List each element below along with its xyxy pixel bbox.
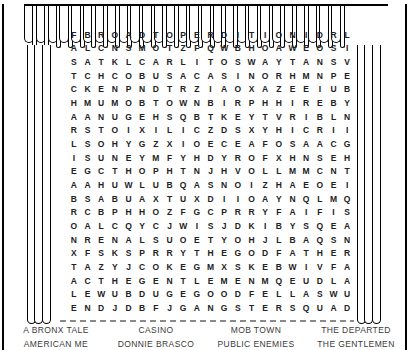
grid-cell-r10c1[interactable]: I: [67, 151, 81, 165]
grid-cell-r16c6[interactable]: L: [135, 233, 149, 247]
grid-cell-r7c21[interactable]: N: [340, 110, 354, 124]
grid-cell-r5c11[interactable]: I: [204, 83, 218, 97]
grid-cell-r11c1[interactable]: E: [67, 165, 81, 179]
grid-cell-r14c4[interactable]: P: [108, 206, 122, 220]
grid-cell-r2c6[interactable]: M: [135, 42, 149, 56]
grid-cell-r9c6[interactable]: G: [135, 137, 149, 151]
grid-cell-r18c19[interactable]: V: [313, 260, 327, 274]
grid-cell-r3c2[interactable]: A: [81, 55, 95, 69]
grid-cell-r18c1[interactable]: T: [67, 260, 81, 274]
grid-cell-r4c15[interactable]: O: [258, 69, 272, 83]
grid-cell-r14c6[interactable]: H: [135, 206, 149, 220]
grid-cell-r19c11[interactable]: E: [204, 274, 218, 288]
grid-cell-r9c15[interactable]: F: [258, 137, 272, 151]
grid-cell-r17c6[interactable]: P: [135, 247, 149, 261]
grid-cell-r18c10[interactable]: G: [190, 260, 204, 274]
grid-cell-r19c14[interactable]: N: [245, 274, 259, 288]
grid-cell-r5c19[interactable]: I: [313, 83, 327, 97]
grid-cell-r1c3[interactable]: R: [94, 28, 108, 42]
grid-cell-r21c1[interactable]: E: [67, 301, 81, 315]
grid-cell-r2c21[interactable]: I: [340, 42, 354, 56]
grid-cell-r4c10[interactable]: C: [190, 69, 204, 83]
grid-cell-r17c14[interactable]: O: [245, 247, 259, 261]
grid-cell-r11c17[interactable]: M: [286, 165, 300, 179]
grid-cell-r13c16[interactable]: Y: [272, 192, 286, 206]
grid-cell-r1c2[interactable]: B: [81, 28, 95, 42]
grid-cell-r12c19[interactable]: O: [313, 178, 327, 192]
grid-cell-r17c9[interactable]: Y: [176, 247, 190, 261]
grid-cell-r5c1[interactable]: C: [67, 83, 81, 97]
grid-cell-r21c4[interactable]: J: [108, 301, 122, 315]
grid-cell-r18c21[interactable]: A: [340, 260, 354, 274]
grid-cell-r1c7[interactable]: T: [149, 28, 163, 42]
grid-cell-r14c21[interactable]: S: [340, 206, 354, 220]
grid-cell-r6c14[interactable]: P: [245, 96, 259, 110]
grid-cell-r10c13[interactable]: R: [231, 151, 245, 165]
grid-cell-r18c17[interactable]: W: [286, 260, 300, 274]
grid-cell-r5c8[interactable]: T: [163, 83, 177, 97]
grid-cell-r4c18[interactable]: M: [299, 69, 313, 83]
grid-cell-r18c18[interactable]: I: [299, 260, 313, 274]
grid-cell-r11c18[interactable]: M: [299, 165, 313, 179]
grid-cell-r21c13[interactable]: S: [231, 301, 245, 315]
grid-cell-r4c17[interactable]: H: [286, 69, 300, 83]
grid-cell-r11c12[interactable]: H: [217, 165, 231, 179]
grid-cell-r1c17[interactable]: N: [286, 28, 300, 42]
grid-cell-r18c20[interactable]: F: [327, 260, 341, 274]
grid-cell-r9c9[interactable]: I: [176, 137, 190, 151]
grid-cell-r16c3[interactable]: E: [94, 233, 108, 247]
grid-cell-r12c15[interactable]: Z: [258, 178, 272, 192]
grid-cell-r5c21[interactable]: B: [340, 83, 354, 97]
grid-cell-r8c6[interactable]: X: [135, 124, 149, 138]
grid-cell-r6c16[interactable]: H: [272, 96, 286, 110]
grid-cell-r10c5[interactable]: E: [122, 151, 136, 165]
grid-cell-r13c14[interactable]: O: [245, 192, 259, 206]
grid-cell-r19c19[interactable]: D: [313, 274, 327, 288]
grid-cell-r12c20[interactable]: E: [327, 178, 341, 192]
grid-cell-r1c8[interactable]: O: [163, 28, 177, 42]
grid-cell-r4c7[interactable]: U: [149, 69, 163, 83]
grid-cell-r16c13[interactable]: O: [231, 233, 245, 247]
grid-cell-r18c14[interactable]: K: [245, 260, 259, 274]
grid-cell-r5c10[interactable]: Z: [190, 83, 204, 97]
grid-cell-r21c8[interactable]: J: [163, 301, 177, 315]
grid-cell-r15c6[interactable]: Y: [135, 219, 149, 233]
grid-cell-r17c8[interactable]: R: [163, 247, 177, 261]
grid-cell-r2c18[interactable]: E: [299, 42, 313, 56]
grid-cell-r14c11[interactable]: C: [204, 206, 218, 220]
grid-cell-r19c18[interactable]: U: [299, 274, 313, 288]
grid-cell-r4c2[interactable]: C: [81, 69, 95, 83]
grid-cell-r14c10[interactable]: G: [190, 206, 204, 220]
grid-cell-r10c16[interactable]: X: [272, 151, 286, 165]
grid-cell-r11c2[interactable]: G: [81, 165, 95, 179]
grid-cell-r15c1[interactable]: O: [67, 219, 81, 233]
grid-cell-r20c1[interactable]: L: [67, 288, 81, 302]
grid-cell-r3c8[interactable]: R: [163, 55, 177, 69]
grid-cell-r19c1[interactable]: A: [67, 274, 81, 288]
grid-cell-r11c13[interactable]: V: [231, 165, 245, 179]
grid-cell-r4c6[interactable]: B: [135, 69, 149, 83]
grid-cell-r20c20[interactable]: W: [327, 288, 341, 302]
grid-cell-r7c5[interactable]: G: [122, 110, 136, 124]
grid-cell-r5c3[interactable]: E: [94, 83, 108, 97]
grid-cell-r10c12[interactable]: Y: [217, 151, 231, 165]
grid-cell-r7c8[interactable]: S: [163, 110, 177, 124]
grid-cell-r11c11[interactable]: J: [204, 165, 218, 179]
grid-cell-r19c9[interactable]: T: [176, 274, 190, 288]
grid-cell-r16c21[interactable]: N: [340, 233, 354, 247]
grid-cell-r3c21[interactable]: V: [340, 55, 354, 69]
grid-cell-r21c7[interactable]: F: [149, 301, 163, 315]
grid-cell-r16c1[interactable]: N: [67, 233, 81, 247]
grid-cell-r17c4[interactable]: K: [108, 247, 122, 261]
grid-cell-r19c16[interactable]: Q: [272, 274, 286, 288]
grid-cell-r13c9[interactable]: U: [176, 192, 190, 206]
grid-cell-r16c12[interactable]: Y: [217, 233, 231, 247]
grid-cell-r8c7[interactable]: I: [149, 124, 163, 138]
grid-cell-r7c4[interactable]: U: [108, 110, 122, 124]
grid-cell-r10c17[interactable]: H: [286, 151, 300, 165]
grid-cell-r7c10[interactable]: B: [190, 110, 204, 124]
grid-cell-r1c1[interactable]: F: [67, 28, 81, 42]
grid-cell-r13c1[interactable]: B: [67, 192, 81, 206]
grid-cell-r2c17[interactable]: W: [286, 42, 300, 56]
grid-cell-r17c5[interactable]: S: [122, 247, 136, 261]
grid-cell-r21c11[interactable]: N: [204, 301, 218, 315]
grid-cell-r11c21[interactable]: T: [340, 165, 354, 179]
grid-cell-r2c5[interactable]: S: [122, 42, 136, 56]
grid-cell-r21c3[interactable]: D: [94, 301, 108, 315]
grid-cell-r12c13[interactable]: O: [231, 178, 245, 192]
grid-cell-r17c10[interactable]: T: [190, 247, 204, 261]
grid-cell-r13c18[interactable]: Q: [299, 192, 313, 206]
grid-cell-r12c2[interactable]: A: [81, 178, 95, 192]
grid-cell-r20c5[interactable]: B: [122, 288, 136, 302]
grid-cell-r11c9[interactable]: T: [176, 165, 190, 179]
grid-cell-r14c3[interactable]: B: [94, 206, 108, 220]
grid-cell-r5c4[interactable]: N: [108, 83, 122, 97]
grid-cell-r17c21[interactable]: R: [340, 247, 354, 261]
grid-cell-r9c19[interactable]: A: [313, 137, 327, 151]
grid-cell-r10c2[interactable]: S: [81, 151, 95, 165]
grid-cell-r1c13[interactable]: I: [231, 28, 245, 42]
grid-cell-r9c3[interactable]: O: [94, 137, 108, 151]
grid-cell-r8c1[interactable]: R: [67, 124, 81, 138]
grid-cell-r7c16[interactable]: V: [272, 110, 286, 124]
grid-cell-r3c1[interactable]: S: [67, 55, 81, 69]
grid-cell-r7c3[interactable]: N: [94, 110, 108, 124]
grid-cell-r15c11[interactable]: S: [204, 219, 218, 233]
grid-cell-r19c2[interactable]: C: [81, 274, 95, 288]
grid-cell-r12c11[interactable]: S: [204, 178, 218, 192]
grid-cell-r3c4[interactable]: K: [108, 55, 122, 69]
grid-cell-r8c16[interactable]: H: [272, 124, 286, 138]
grid-cell-r4c19[interactable]: N: [313, 69, 327, 83]
grid-cell-r17c17[interactable]: A: [286, 247, 300, 261]
grid-cell-r21c12[interactable]: G: [217, 301, 231, 315]
grid-cell-r1c11[interactable]: R: [204, 28, 218, 42]
grid-cell-r21c20[interactable]: A: [327, 301, 341, 315]
grid-cell-r2c4[interactable]: N: [108, 42, 122, 56]
grid-cell-r21c15[interactable]: E: [258, 301, 272, 315]
grid-cell-r5c14[interactable]: X: [245, 83, 259, 97]
grid-cell-r5c5[interactable]: P: [122, 83, 136, 97]
grid-cell-r11c20[interactable]: N: [327, 165, 341, 179]
grid-cell-r16c2[interactable]: R: [81, 233, 95, 247]
grid-cell-r3c9[interactable]: L: [176, 55, 190, 69]
grid-cell-r5c20[interactable]: U: [327, 83, 341, 97]
grid-cell-r2c20[interactable]: S: [327, 42, 341, 56]
grid-cell-r21c10[interactable]: A: [190, 301, 204, 315]
grid-cell-r20c11[interactable]: O: [204, 288, 218, 302]
grid-cell-r20c17[interactable]: L: [286, 288, 300, 302]
grid-cell-r2c12[interactable]: W: [217, 42, 231, 56]
grid-cell-r12c18[interactable]: E: [299, 178, 313, 192]
grid-cell-r17c2[interactable]: F: [81, 247, 95, 261]
grid-cell-r15c4[interactable]: C: [108, 219, 122, 233]
grid-cell-r8c15[interactable]: Y: [258, 124, 272, 138]
grid-cell-r4c1[interactable]: T: [67, 69, 81, 83]
grid-cell-r18c8[interactable]: K: [163, 260, 177, 274]
grid-cell-r10c15[interactable]: F: [258, 151, 272, 165]
grid-cell-r1c14[interactable]: T: [245, 28, 259, 42]
grid-cell-r6c12[interactable]: I: [217, 96, 231, 110]
grid-cell-r14c17[interactable]: A: [286, 206, 300, 220]
grid-cell-r13c11[interactable]: D: [204, 192, 218, 206]
grid-cell-r1c20[interactable]: R: [327, 28, 341, 42]
grid-cell-r20c16[interactable]: L: [272, 288, 286, 302]
grid-cell-r20c15[interactable]: E: [258, 288, 272, 302]
grid-cell-r6c15[interactable]: H: [258, 96, 272, 110]
grid-cell-r2c16[interactable]: A: [272, 42, 286, 56]
grid-cell-r16c19[interactable]: Q: [313, 233, 327, 247]
grid-cell-r3c5[interactable]: L: [122, 55, 136, 69]
grid-cell-r10c6[interactable]: Y: [135, 151, 149, 165]
grid-cell-r6c18[interactable]: R: [299, 96, 313, 110]
grid-cell-r12c17[interactable]: A: [286, 178, 300, 192]
grid-cell-r13c12[interactable]: I: [217, 192, 231, 206]
grid-cell-r11c14[interactable]: O: [245, 165, 259, 179]
grid-cell-r16c16[interactable]: L: [272, 233, 286, 247]
grid-cell-r9c14[interactable]: A: [245, 137, 259, 151]
grid-cell-r16c10[interactable]: E: [190, 233, 204, 247]
grid-cell-r6c10[interactable]: N: [190, 96, 204, 110]
grid-cell-r16c4[interactable]: N: [108, 233, 122, 247]
grid-cell-r21c17[interactable]: S: [286, 301, 300, 315]
grid-cell-r12c21[interactable]: I: [340, 178, 354, 192]
grid-cell-r20c13[interactable]: D: [231, 288, 245, 302]
grid-cell-r1c19[interactable]: D: [313, 28, 327, 42]
grid-cell-r9c8[interactable]: X: [163, 137, 177, 151]
grid-cell-r20c2[interactable]: E: [81, 288, 95, 302]
grid-cell-r14c15[interactable]: Y: [258, 206, 272, 220]
grid-cell-r19c8[interactable]: N: [163, 274, 177, 288]
grid-cell-r15c9[interactable]: W: [176, 219, 190, 233]
grid-cell-r2c9[interactable]: Z: [176, 42, 190, 56]
grid-cell-r9c4[interactable]: H: [108, 137, 122, 151]
grid-cell-r15c13[interactable]: D: [231, 219, 245, 233]
grid-cell-r5c12[interactable]: A: [217, 83, 231, 97]
grid-cell-r12c5[interactable]: W: [122, 178, 136, 192]
grid-cell-r8c11[interactable]: Z: [204, 124, 218, 138]
grid-cell-r6c6[interactable]: B: [135, 96, 149, 110]
grid-cell-r19c5[interactable]: E: [122, 274, 136, 288]
grid-cell-r20c19[interactable]: S: [313, 288, 327, 302]
grid-cell-r8c9[interactable]: I: [176, 124, 190, 138]
grid-cell-r15c8[interactable]: J: [163, 219, 177, 233]
grid-cell-r10c21[interactable]: H: [340, 151, 354, 165]
grid-cell-r17c1[interactable]: X: [67, 247, 81, 261]
grid-cell-r6c21[interactable]: Y: [340, 96, 354, 110]
grid-cell-r1c6[interactable]: D: [135, 28, 149, 42]
grid-cell-r4c16[interactable]: R: [272, 69, 286, 83]
grid-cell-r14c2[interactable]: C: [81, 206, 95, 220]
grid-cell-r11c4[interactable]: T: [108, 165, 122, 179]
grid-cell-r4c12[interactable]: S: [217, 69, 231, 83]
grid-cell-r11c16[interactable]: L: [272, 165, 286, 179]
grid-cell-r12c6[interactable]: L: [135, 178, 149, 192]
grid-cell-r10c3[interactable]: U: [94, 151, 108, 165]
grid-cell-r9c13[interactable]: E: [231, 137, 245, 151]
grid-cell-r13c20[interactable]: M: [327, 192, 341, 206]
grid-cell-r17c20[interactable]: E: [327, 247, 341, 261]
grid-cell-r13c5[interactable]: U: [122, 192, 136, 206]
grid-cell-r15c7[interactable]: C: [149, 219, 163, 233]
grid-cell-r9c2[interactable]: S: [81, 137, 95, 151]
grid-cell-r16c8[interactable]: U: [163, 233, 177, 247]
grid-cell-r6c4[interactable]: M: [108, 96, 122, 110]
grid-cell-r12c8[interactable]: B: [163, 178, 177, 192]
grid-cell-r19c10[interactable]: L: [190, 274, 204, 288]
grid-cell-r3c18[interactable]: A: [299, 55, 313, 69]
grid-cell-r5c9[interactable]: R: [176, 83, 190, 97]
grid-cell-r19c12[interactable]: M: [217, 274, 231, 288]
grid-cell-r14c12[interactable]: P: [217, 206, 231, 220]
grid-cell-r8c17[interactable]: I: [286, 124, 300, 138]
grid-cell-r2c7[interactable]: O: [149, 42, 163, 56]
grid-cell-r14c8[interactable]: Z: [163, 206, 177, 220]
grid-cell-r7c20[interactable]: L: [327, 110, 341, 124]
grid-cell-r8c8[interactable]: L: [163, 124, 177, 138]
grid-cell-r17c16[interactable]: F: [272, 247, 286, 261]
grid-cell-r3c11[interactable]: T: [204, 55, 218, 69]
grid-cell-r1c9[interactable]: P: [176, 28, 190, 42]
grid-cell-r10c11[interactable]: D: [204, 151, 218, 165]
grid-cell-r16c11[interactable]: T: [204, 233, 218, 247]
grid-cell-r1c16[interactable]: O: [272, 28, 286, 42]
grid-cell-r13c10[interactable]: X: [190, 192, 204, 206]
grid-cell-r2c2[interactable]: L: [81, 42, 95, 56]
grid-cell-r12c16[interactable]: H: [272, 178, 286, 192]
grid-cell-r1c5[interactable]: A: [122, 28, 136, 42]
grid-cell-r13c15[interactable]: A: [258, 192, 272, 206]
grid-cell-r2c19[interactable]: O: [313, 42, 327, 56]
grid-cell-r10c9[interactable]: Y: [176, 151, 190, 165]
grid-cell-r6c5[interactable]: O: [122, 96, 136, 110]
grid-cell-r3c14[interactable]: W: [245, 55, 259, 69]
grid-cell-r5c7[interactable]: D: [149, 83, 163, 97]
grid-cell-r19c21[interactable]: A: [340, 274, 354, 288]
grid-cell-r21c21[interactable]: D: [340, 301, 354, 315]
grid-cell-r15c21[interactable]: A: [340, 219, 354, 233]
grid-cell-r7c6[interactable]: E: [135, 110, 149, 124]
grid-cell-r20c6[interactable]: D: [135, 288, 149, 302]
grid-cell-r19c7[interactable]: E: [149, 274, 163, 288]
grid-cell-r3c20[interactable]: S: [327, 55, 341, 69]
grid-cell-r3c6[interactable]: C: [135, 55, 149, 69]
grid-cell-r18c6[interactable]: C: [135, 260, 149, 274]
grid-cell-r16c7[interactable]: S: [149, 233, 163, 247]
grid-cell-r13c19[interactable]: L: [313, 192, 327, 206]
grid-cell-r9c10[interactable]: O: [190, 137, 204, 151]
grid-cell-r6c20[interactable]: B: [327, 96, 341, 110]
grid-cell-r18c7[interactable]: O: [149, 260, 163, 274]
grid-cell-r17c19[interactable]: H: [313, 247, 327, 261]
grid-cell-r19c20[interactable]: L: [327, 274, 341, 288]
grid-cell-r7c18[interactable]: I: [299, 110, 313, 124]
grid-cell-r18c2[interactable]: A: [81, 260, 95, 274]
grid-cell-r16c18[interactable]: A: [299, 233, 313, 247]
grid-cell-r21c16[interactable]: R: [272, 301, 286, 315]
grid-cell-r10c14[interactable]: O: [245, 151, 259, 165]
grid-cell-r18c15[interactable]: E: [258, 260, 272, 274]
grid-cell-r13c21[interactable]: Q: [340, 192, 354, 206]
grid-cell-r7c1[interactable]: A: [67, 110, 81, 124]
grid-cell-r8c13[interactable]: S: [231, 124, 245, 138]
grid-cell-r14c16[interactable]: F: [272, 206, 286, 220]
grid-cell-r9c5[interactable]: Y: [122, 137, 136, 151]
grid-cell-r11c8[interactable]: H: [163, 165, 177, 179]
grid-cell-r2c3[interactable]: C: [94, 42, 108, 56]
grid-cell-r10c19[interactable]: S: [313, 151, 327, 165]
grid-cell-r3c10[interactable]: I: [190, 55, 204, 69]
grid-cell-r12c3[interactable]: H: [94, 178, 108, 192]
grid-cell-r2c15[interactable]: O: [258, 42, 272, 56]
grid-cell-r19c17[interactable]: E: [286, 274, 300, 288]
grid-cell-r6c9[interactable]: W: [176, 96, 190, 110]
grid-cell-r4c9[interactable]: A: [176, 69, 190, 83]
grid-cell-r18c4[interactable]: Y: [108, 260, 122, 274]
grid-cell-r20c12[interactable]: O: [217, 288, 231, 302]
grid-cell-r8c14[interactable]: X: [245, 124, 259, 138]
grid-cell-r9c17[interactable]: S: [286, 137, 300, 151]
grid-cell-r2c13[interactable]: B: [231, 42, 245, 56]
grid-cell-r11c15[interactable]: L: [258, 165, 272, 179]
grid-cell-r8c20[interactable]: I: [327, 124, 341, 138]
grid-cell-r13c7[interactable]: X: [149, 192, 163, 206]
grid-cell-r10c4[interactable]: N: [108, 151, 122, 165]
grid-cell-r4c4[interactable]: C: [108, 69, 122, 83]
grid-cell-r21c19[interactable]: U: [313, 301, 327, 315]
grid-cell-r8c2[interactable]: S: [81, 124, 95, 138]
grid-cell-r13c13[interactable]: I: [231, 192, 245, 206]
grid-cell-r13c2[interactable]: S: [81, 192, 95, 206]
grid-cell-r14c1[interactable]: R: [67, 206, 81, 220]
grid-cell-r15c5[interactable]: Q: [122, 219, 136, 233]
grid-cell-r13c17[interactable]: N: [286, 192, 300, 206]
grid-cell-r6c13[interactable]: R: [231, 96, 245, 110]
grid-cell-r12c1[interactable]: A: [67, 178, 81, 192]
grid-cell-r7c17[interactable]: R: [286, 110, 300, 124]
grid-cell-r2c10[interactable]: F: [190, 42, 204, 56]
grid-cell-r7c19[interactable]: B: [313, 110, 327, 124]
grid-cell-r19c13[interactable]: E: [231, 274, 245, 288]
grid-cell-r14c18[interactable]: I: [299, 206, 313, 220]
grid-cell-r5c6[interactable]: N: [135, 83, 149, 97]
grid-cell-r1c4[interactable]: O: [108, 28, 122, 42]
